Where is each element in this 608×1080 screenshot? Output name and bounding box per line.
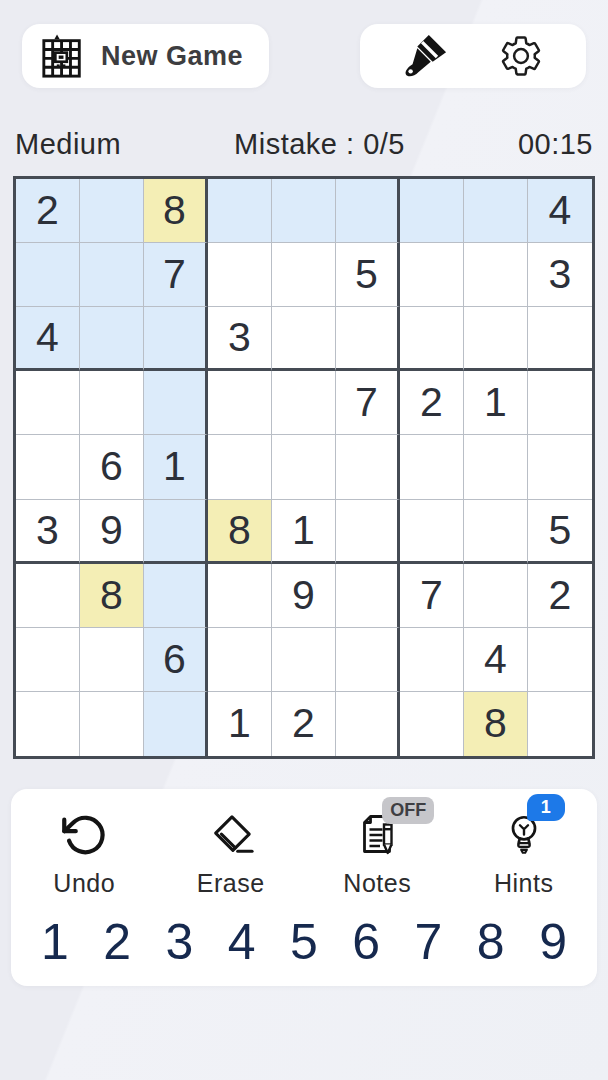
sudoku-cell[interactable]: 6 bbox=[144, 628, 208, 692]
sudoku-cell[interactable]: 7 bbox=[336, 371, 400, 435]
sudoku-cell[interactable] bbox=[400, 692, 464, 756]
sudoku-cell[interactable] bbox=[336, 564, 400, 628]
sudoku-cell[interactable] bbox=[400, 243, 464, 307]
sudoku-cell[interactable] bbox=[208, 628, 272, 692]
sudoku-cell[interactable] bbox=[464, 307, 528, 371]
sudoku-cell[interactable] bbox=[336, 435, 400, 499]
sudoku-cell[interactable] bbox=[400, 500, 464, 564]
sudoku-app: New Game Medium Mistake : 0/5 00:15 2847 bbox=[0, 0, 608, 1080]
sudoku-cell[interactable] bbox=[272, 371, 336, 435]
new-game-label: New Game bbox=[101, 41, 243, 72]
toolbar: Undo Erase bbox=[11, 809, 597, 899]
sudoku-cell[interactable]: 5 bbox=[528, 500, 592, 564]
notes-icon: OFF bbox=[352, 810, 402, 860]
header: New Game bbox=[0, 0, 608, 88]
sudoku-cell[interactable]: 4 bbox=[528, 179, 592, 243]
hints-count-badge: 1 bbox=[527, 794, 565, 821]
sudoku-cell[interactable] bbox=[80, 307, 144, 371]
notes-label: Notes bbox=[343, 869, 411, 898]
sudoku-cell[interactable]: 6 bbox=[80, 435, 144, 499]
sudoku-cell[interactable]: 7 bbox=[400, 564, 464, 628]
sudoku-cell[interactable] bbox=[400, 307, 464, 371]
difficulty-label: Medium bbox=[15, 128, 121, 161]
sudoku-cell[interactable] bbox=[16, 371, 80, 435]
sudoku-cell[interactable] bbox=[80, 179, 144, 243]
sudoku-cell[interactable]: 8 bbox=[464, 692, 528, 756]
sudoku-cell[interactable] bbox=[272, 628, 336, 692]
sudoku-cell[interactable]: 1 bbox=[464, 371, 528, 435]
status-bar: Medium Mistake : 0/5 00:15 bbox=[0, 128, 608, 161]
sudoku-cell[interactable]: 1 bbox=[144, 435, 208, 499]
sudoku-cell[interactable] bbox=[336, 692, 400, 756]
sudoku-cell[interactable] bbox=[464, 179, 528, 243]
sudoku-cell[interactable] bbox=[80, 692, 144, 756]
sudoku-cell[interactable] bbox=[400, 435, 464, 499]
notes-button[interactable]: OFF Notes bbox=[304, 809, 451, 899]
gear-icon bbox=[498, 33, 544, 79]
numpad-3[interactable]: 3 bbox=[166, 915, 194, 970]
sudoku-cell[interactable] bbox=[144, 307, 208, 371]
sudoku-cell[interactable] bbox=[144, 500, 208, 564]
sudoku-board: 284753437216139815897264128 bbox=[13, 176, 595, 759]
hints-label: Hints bbox=[494, 869, 553, 898]
header-tools bbox=[360, 24, 586, 88]
sudoku-cell[interactable]: 2 bbox=[400, 371, 464, 435]
sudoku-cell[interactable] bbox=[272, 179, 336, 243]
numpad-2[interactable]: 2 bbox=[103, 915, 131, 970]
sudoku-cell[interactable]: 9 bbox=[80, 500, 144, 564]
sudoku-cell[interactable] bbox=[16, 628, 80, 692]
sudoku-cell[interactable]: 8 bbox=[208, 500, 272, 564]
sudoku-cell[interactable]: 4 bbox=[16, 307, 80, 371]
numpad-4[interactable]: 4 bbox=[228, 915, 256, 970]
numpad-9[interactable]: 9 bbox=[539, 915, 567, 970]
sudoku-cell[interactable] bbox=[528, 307, 592, 371]
sudoku-cell[interactable] bbox=[208, 179, 272, 243]
sudoku-cell[interactable] bbox=[272, 243, 336, 307]
undo-button[interactable]: Undo bbox=[11, 809, 158, 899]
paint-brush-icon bbox=[402, 33, 448, 79]
undo-label: Undo bbox=[53, 869, 115, 898]
sudoku-cell[interactable] bbox=[528, 628, 592, 692]
sudoku-cell[interactable]: 2 bbox=[272, 692, 336, 756]
sudoku-cell[interactable] bbox=[336, 307, 400, 371]
sudoku-cell[interactable] bbox=[464, 243, 528, 307]
sudoku-cell[interactable]: 3 bbox=[16, 500, 80, 564]
sudoku-cell[interactable] bbox=[80, 243, 144, 307]
sudoku-cell[interactable]: 3 bbox=[208, 307, 272, 371]
sudoku-cell[interactable] bbox=[528, 371, 592, 435]
sudoku-cell[interactable]: 2 bbox=[528, 564, 592, 628]
control-panel: Undo Erase bbox=[11, 789, 597, 986]
sudoku-cell[interactable]: 9 bbox=[272, 564, 336, 628]
sudoku-cell[interactable] bbox=[16, 435, 80, 499]
sudoku-cell[interactable] bbox=[272, 435, 336, 499]
sudoku-cell[interactable]: 5 bbox=[336, 243, 400, 307]
new-game-button[interactable]: New Game bbox=[22, 24, 269, 88]
sudoku-cell[interactable] bbox=[208, 564, 272, 628]
mistake-counter: Mistake : 0/5 bbox=[234, 128, 405, 161]
sudoku-cell[interactable] bbox=[144, 564, 208, 628]
timer: 00:15 bbox=[518, 128, 593, 161]
sudoku-cell[interactable]: 8 bbox=[144, 179, 208, 243]
sudoku-cell[interactable] bbox=[336, 500, 400, 564]
sudoku-cell[interactable]: 8 bbox=[80, 564, 144, 628]
sudoku-cell[interactable]: 3 bbox=[528, 243, 592, 307]
sudoku-cell[interactable]: 7 bbox=[144, 243, 208, 307]
sudoku-cell[interactable] bbox=[464, 500, 528, 564]
sudoku-cell[interactable] bbox=[528, 435, 592, 499]
sudoku-cell[interactable] bbox=[528, 692, 592, 756]
notes-label: Erase bbox=[197, 869, 265, 898]
hints-button[interactable]: 1 Hints bbox=[451, 809, 598, 899]
sudoku-cell[interactable] bbox=[80, 371, 144, 435]
sudoku-cell[interactable] bbox=[400, 179, 464, 243]
sudoku-cell[interactable]: 1 bbox=[272, 500, 336, 564]
sudoku-cell[interactable] bbox=[80, 628, 144, 692]
sudoku-cell[interactable] bbox=[464, 435, 528, 499]
notes-off-badge: OFF bbox=[382, 797, 434, 824]
sudoku-cell[interactable] bbox=[400, 628, 464, 692]
numpad-7[interactable]: 7 bbox=[415, 915, 443, 970]
numpad-6[interactable]: 6 bbox=[352, 915, 380, 970]
settings-button[interactable] bbox=[491, 26, 551, 86]
number-pad: 123456789 bbox=[11, 899, 597, 974]
sudoku-cell[interactable] bbox=[464, 564, 528, 628]
sudoku-cell[interactable]: 4 bbox=[464, 628, 528, 692]
sudoku-cell[interactable] bbox=[16, 243, 80, 307]
eraser-icon bbox=[206, 810, 256, 860]
sudoku-cell[interactable] bbox=[336, 628, 400, 692]
sudoku-cell[interactable] bbox=[272, 307, 336, 371]
erase-button[interactable]: Erase bbox=[158, 809, 305, 899]
sudoku-cell[interactable]: 1 bbox=[208, 692, 272, 756]
sudoku-cell[interactable] bbox=[16, 692, 80, 756]
hint-bulb-icon: 1 bbox=[499, 810, 549, 860]
sudoku-cell[interactable] bbox=[208, 435, 272, 499]
sudoku-grid-icon bbox=[40, 33, 86, 79]
numpad-8[interactable]: 8 bbox=[477, 915, 505, 970]
sudoku-cell[interactable] bbox=[208, 243, 272, 307]
numpad-1[interactable]: 1 bbox=[41, 915, 69, 970]
sudoku-cell[interactable] bbox=[144, 692, 208, 756]
sudoku-cell[interactable] bbox=[336, 179, 400, 243]
sudoku-cell[interactable]: 2 bbox=[16, 179, 80, 243]
sudoku-cell[interactable] bbox=[144, 371, 208, 435]
sudoku-cell[interactable] bbox=[16, 564, 80, 628]
undo-icon bbox=[59, 810, 109, 860]
numpad-5[interactable]: 5 bbox=[290, 915, 318, 970]
theme-button[interactable] bbox=[395, 26, 455, 86]
sudoku-cell[interactable] bbox=[208, 371, 272, 435]
